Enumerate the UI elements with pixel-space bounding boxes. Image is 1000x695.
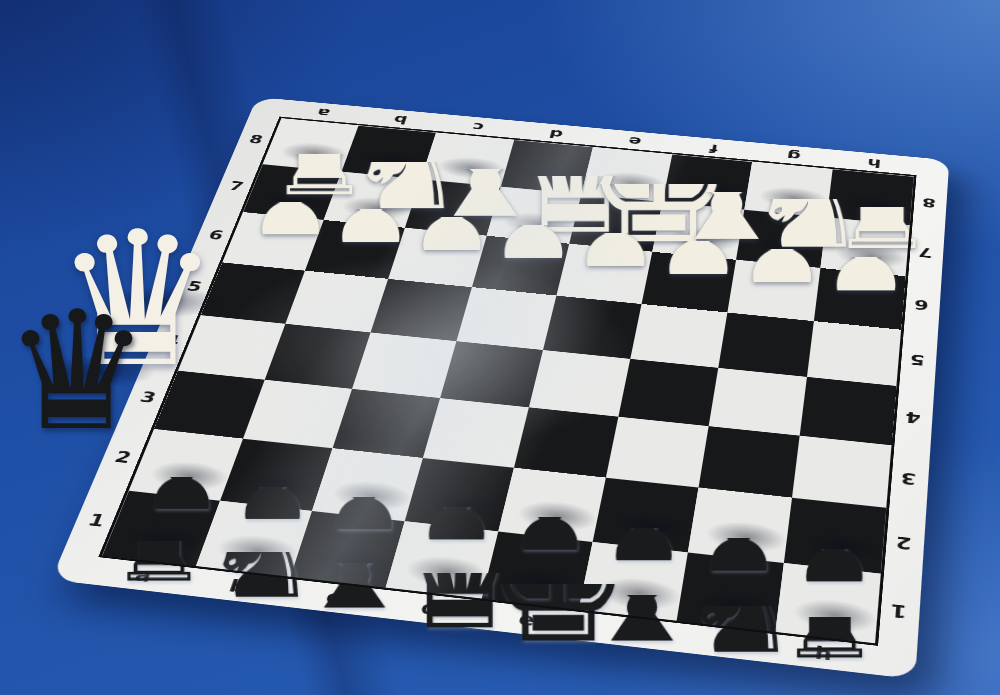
square-e4 [529, 350, 630, 417]
square-f3 [606, 417, 709, 488]
square-h4 [800, 377, 897, 445]
square-f4 [618, 359, 718, 426]
piece-shadow [758, 185, 830, 213]
square-f7: ♟ [652, 202, 744, 260]
square-e2: ♟ [498, 468, 606, 542]
square-c1: ♝ [290, 511, 404, 588]
square-e3 [514, 407, 618, 477]
square-g8: ♞ [744, 162, 832, 218]
piece-shadow [237, 468, 323, 504]
square-h2: ♟ [784, 498, 886, 574]
square-h1: ♜ [775, 563, 880, 644]
square-c3 [333, 389, 441, 458]
piece-shadow [403, 553, 491, 592]
piece-shadow [120, 522, 209, 560]
piece-shadow [356, 148, 429, 175]
piece-shadow [584, 218, 658, 247]
rank-label-right-7: 7 [906, 225, 945, 279]
square-g3 [699, 426, 800, 498]
square-f5 [630, 304, 727, 368]
square-e7: ♟ [569, 194, 662, 251]
square-g5 [718, 312, 814, 376]
square-h6 [814, 268, 906, 330]
piece-shadow [596, 574, 683, 614]
piece-shadow [435, 155, 508, 182]
piece-shadow [841, 192, 912, 220]
square-d3 [423, 398, 529, 468]
square-e5 [543, 296, 642, 359]
chess-board: 87654321 87654321 abcdefgh abcdefgh ♜♞♝♛… [51, 97, 949, 679]
white-queen-shadow [100, 286, 220, 318]
square-d4 [440, 341, 543, 407]
square-f1: ♝ [579, 542, 688, 621]
square-d8: ♛ [501, 140, 593, 194]
piece-shadow [499, 564, 587, 603]
piece-shadow [308, 542, 396, 581]
piece-shadow [800, 529, 884, 567]
table-cloth: 87654321 87654321 abcdefgh abcdefgh ♜♞♝♛… [0, 0, 1000, 695]
piece-shadow [329, 478, 415, 514]
square-h3 [792, 436, 891, 508]
piece-shadow [667, 226, 741, 255]
piece-shadow [420, 202, 495, 230]
square-e6 [556, 244, 652, 304]
square-g2: ♟ [688, 488, 792, 564]
rank-label-right-6: 6 [901, 276, 941, 333]
square-c5 [371, 279, 472, 341]
piece-shadow [515, 162, 588, 189]
piece-shadow [609, 508, 694, 545]
square-g7: ♟ [736, 210, 827, 268]
rank-label-right-1: 1 [875, 574, 922, 649]
square-c6 [388, 228, 487, 287]
square-c2: ♟ [312, 448, 423, 521]
rank-label-right-5: 5 [896, 330, 938, 390]
square-c8: ♝ [421, 133, 514, 187]
piece-shadow [213, 532, 302, 570]
square-b7: ♟ [324, 172, 421, 228]
rank-label-right-4: 4 [891, 386, 934, 449]
square-f6 [642, 252, 736, 313]
piece-shadow [515, 498, 600, 535]
piece-shadow [792, 596, 878, 636]
square-g4 [709, 368, 807, 436]
black-queen-shadow [40, 356, 155, 388]
rank-label-right-8: 8 [910, 177, 948, 229]
rank-label-right-3: 3 [886, 445, 930, 512]
piece-shadow [277, 140, 351, 167]
square-h7: ♟ [820, 218, 909, 277]
square-d1: ♛ [386, 521, 499, 599]
square-d7: ♟ [487, 187, 582, 244]
square-h8: ♜ [827, 169, 914, 225]
piece-shadow [146, 458, 233, 494]
square-f2: ♟ [593, 478, 699, 553]
square-e8: ♚ [581, 147, 672, 202]
rank-label-right-2: 2 [881, 508, 926, 579]
piece-shadow [677, 177, 749, 205]
piece-shadow [835, 241, 908, 270]
square-b8: ♞ [341, 126, 436, 180]
square-a8: ♜ [263, 119, 359, 172]
square-c4 [352, 332, 456, 398]
square-f8: ♝ [663, 155, 753, 210]
square-d2: ♟ [405, 458, 514, 532]
square-h5 [807, 321, 901, 386]
square-c7: ♟ [405, 179, 501, 236]
square-g1: ♞ [677, 553, 784, 633]
square-e1: ♚ [482, 532, 593, 610]
piece-shadow [501, 210, 576, 238]
square-g6 [727, 260, 820, 321]
piece-shadow [338, 195, 413, 223]
piece-shadow [750, 234, 824, 263]
piece-shadow [421, 488, 506, 525]
piece-shadow [258, 187, 333, 215]
square-d5 [456, 287, 556, 350]
piece-shadow [595, 170, 667, 197]
piece-shadow [704, 518, 788, 556]
square-d6 [472, 236, 569, 296]
piece-shadow [693, 585, 780, 625]
